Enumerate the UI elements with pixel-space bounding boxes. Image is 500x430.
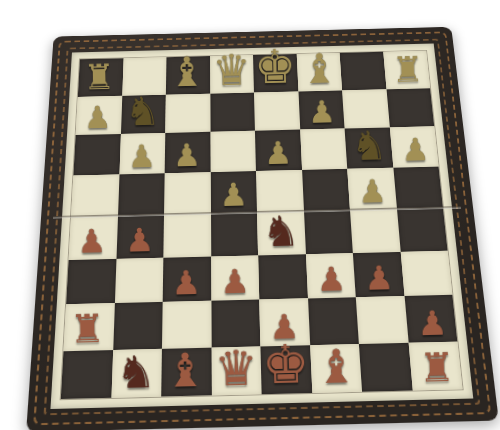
square-h7[interactable] bbox=[386, 88, 434, 128]
square-e7[interactable] bbox=[254, 91, 300, 131]
square-g6[interactable]: ♞ bbox=[345, 127, 393, 168]
copper-rook-a2[interactable]: ♜ bbox=[70, 309, 106, 349]
brass-queen-d8[interactable]: ♛ bbox=[212, 48, 251, 92]
square-g8[interactable] bbox=[340, 52, 387, 90]
square-d7[interactable] bbox=[210, 92, 255, 132]
brass-king-e8[interactable]: ♚ bbox=[254, 43, 297, 90]
copper-bishop-f1[interactable]: ♝ bbox=[315, 343, 358, 390]
square-a5[interactable] bbox=[71, 174, 119, 217]
copper-bishop-c1[interactable]: ♝ bbox=[164, 347, 207, 394]
copper-queen-d1[interactable]: ♛ bbox=[214, 344, 259, 394]
square-f6[interactable] bbox=[300, 129, 347, 170]
square-d4[interactable] bbox=[211, 212, 259, 256]
square-g5[interactable]: ♟ bbox=[347, 167, 396, 209]
square-c6[interactable]: ♟ bbox=[165, 132, 211, 173]
square-h2[interactable]: ♟ bbox=[404, 295, 457, 342]
square-h8[interactable]: ♜ bbox=[383, 51, 430, 89]
square-e4[interactable]: ♞ bbox=[257, 211, 305, 255]
square-e6[interactable]: ♟ bbox=[255, 130, 302, 171]
brass-pawn-f7[interactable]: ♟ bbox=[308, 96, 336, 127]
square-c4[interactable] bbox=[163, 213, 210, 257]
brass-bishop-f8[interactable]: ♝ bbox=[301, 48, 338, 90]
square-f4[interactable] bbox=[303, 210, 352, 254]
square-a7[interactable]: ♟ bbox=[76, 95, 122, 135]
copper-pawn-f3[interactable]: ♟ bbox=[316, 262, 347, 296]
square-a3[interactable] bbox=[66, 258, 116, 304]
square-f1[interactable]: ♝ bbox=[310, 344, 362, 393]
square-f2[interactable] bbox=[308, 297, 359, 345]
copper-king-e1[interactable]: ♚ bbox=[262, 338, 311, 392]
brass-pawn-e6[interactable]: ♟ bbox=[264, 137, 293, 169]
square-g3[interactable]: ♟ bbox=[353, 251, 404, 297]
square-e3[interactable] bbox=[258, 254, 307, 300]
brass-knight-b7[interactable]: ♞ bbox=[124, 92, 160, 132]
square-a4[interactable]: ♟ bbox=[69, 215, 118, 259]
square-f8[interactable]: ♝ bbox=[296, 53, 342, 91]
brass-rook-h8[interactable]: ♜ bbox=[391, 51, 423, 87]
square-d3[interactable]: ♟ bbox=[211, 255, 260, 301]
square-e1[interactable]: ♚ bbox=[260, 345, 311, 394]
square-d8[interactable]: ♛ bbox=[210, 55, 254, 93]
square-d5[interactable]: ♟ bbox=[210, 171, 257, 214]
square-g2[interactable] bbox=[356, 296, 408, 344]
square-h5[interactable] bbox=[393, 166, 443, 208]
brass-pawn-h6[interactable]: ♟ bbox=[401, 133, 430, 165]
board-margin: ♜♝♛♚♝♜♟♞♟♟♟♟♞♟♟♟♟♟♞♟♟♟♟♜♟♟♞♝♛♚♝♜ bbox=[50, 44, 473, 409]
square-g1[interactable] bbox=[359, 342, 412, 391]
square-b1[interactable]: ♞ bbox=[111, 348, 162, 398]
square-b7[interactable]: ♞ bbox=[120, 94, 165, 134]
square-f3[interactable]: ♟ bbox=[305, 253, 355, 299]
brass-pawn-d5[interactable]: ♟ bbox=[219, 178, 248, 211]
square-h6[interactable]: ♟ bbox=[389, 126, 438, 167]
square-e8[interactable]: ♚ bbox=[253, 54, 298, 92]
square-c8[interactable]: ♝ bbox=[166, 56, 210, 94]
copper-knight-e4[interactable]: ♞ bbox=[262, 210, 300, 253]
square-b4[interactable]: ♟ bbox=[116, 214, 164, 258]
copper-pawn-d3[interactable]: ♟ bbox=[219, 265, 250, 299]
copper-knight-b1[interactable]: ♞ bbox=[115, 350, 156, 395]
copper-pawn-a4[interactable]: ♟ bbox=[77, 224, 107, 257]
square-f5[interactable] bbox=[302, 168, 350, 210]
square-b6[interactable]: ♟ bbox=[119, 133, 165, 174]
brass-pawn-a7[interactable]: ♟ bbox=[84, 102, 112, 133]
square-b2[interactable] bbox=[113, 302, 163, 350]
board-case: ♜♝♛♚♝♜♟♞♟♟♟♟♞♟♟♟♟♟♞♟♟♟♟♜♟♟♞♝♛♚♝♜ bbox=[26, 27, 499, 430]
square-h3[interactable] bbox=[400, 250, 452, 296]
copper-pawn-g3[interactable]: ♟ bbox=[364, 261, 395, 295]
copper-rook-h1[interactable]: ♜ bbox=[418, 347, 455, 388]
square-d6[interactable] bbox=[210, 131, 256, 172]
brass-pawn-b6[interactable]: ♟ bbox=[127, 140, 156, 172]
chess-board: ♜♝♛♚♝♜♟♞♟♟♟♟♞♟♟♟♟♟♞♟♟♟♟♜♟♟♞♝♛♚♝♜ bbox=[61, 51, 463, 399]
square-b5[interactable] bbox=[118, 173, 165, 216]
square-a8[interactable]: ♜ bbox=[78, 58, 123, 96]
square-c2[interactable] bbox=[162, 301, 211, 349]
square-a1[interactable] bbox=[61, 350, 113, 400]
square-c1[interactable]: ♝ bbox=[161, 347, 211, 396]
square-c7[interactable] bbox=[165, 93, 210, 133]
copper-pawn-c3[interactable]: ♟ bbox=[171, 266, 202, 300]
scene: ♜♝♛♚♝♜♟♞♟♟♟♟♞♟♟♟♟♟♞♟♟♟♟♜♟♟♞♝♛♚♝♜ bbox=[0, 0, 500, 430]
brass-knight-g6[interactable]: ♞ bbox=[351, 125, 388, 166]
square-c5[interactable] bbox=[164, 172, 210, 215]
square-a6[interactable] bbox=[73, 134, 120, 175]
brass-rook-a8[interactable]: ♜ bbox=[83, 59, 115, 95]
brass-bishop-c8[interactable]: ♝ bbox=[169, 51, 206, 93]
brass-pawn-c6[interactable]: ♟ bbox=[173, 139, 202, 171]
square-h1[interactable]: ♜ bbox=[408, 341, 462, 390]
square-c3[interactable]: ♟ bbox=[163, 256, 211, 302]
square-h4[interactable] bbox=[396, 207, 447, 251]
square-b3[interactable] bbox=[114, 257, 163, 303]
copper-pawn-h2[interactable]: ♟ bbox=[417, 305, 448, 340]
square-d1[interactable]: ♛ bbox=[211, 346, 261, 395]
square-e5[interactable] bbox=[256, 169, 304, 212]
square-a2[interactable]: ♜ bbox=[63, 303, 114, 351]
brass-pawn-g5[interactable]: ♟ bbox=[358, 175, 387, 208]
square-f7[interactable]: ♟ bbox=[298, 90, 345, 130]
copper-pawn-b4[interactable]: ♟ bbox=[124, 223, 154, 256]
square-g4[interactable] bbox=[350, 209, 400, 253]
